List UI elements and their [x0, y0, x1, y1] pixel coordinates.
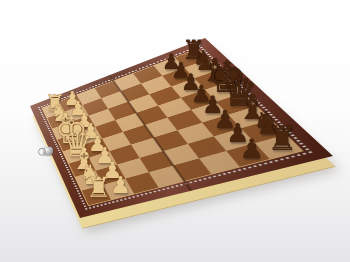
white-pawn[interactable]: ♟ [110, 173, 131, 196]
black-pawn[interactable]: ♟ [240, 136, 264, 163]
chess-set-photo-scene: Folding wooden chess set with pieces in … [0, 0, 350, 262]
pieces-layer: ♜♞♝♛♚♝♞♜♟♟♟♟♟♟♟♟♟♟♟♟♟♟♟♟♜♞♝♛♚♝♞♜ [0, 0, 350, 262]
metal-clasp-icon [43, 146, 53, 154]
black-rook[interactable]: ♜ [267, 121, 297, 155]
white-rook[interactable]: ♜ [86, 174, 111, 202]
